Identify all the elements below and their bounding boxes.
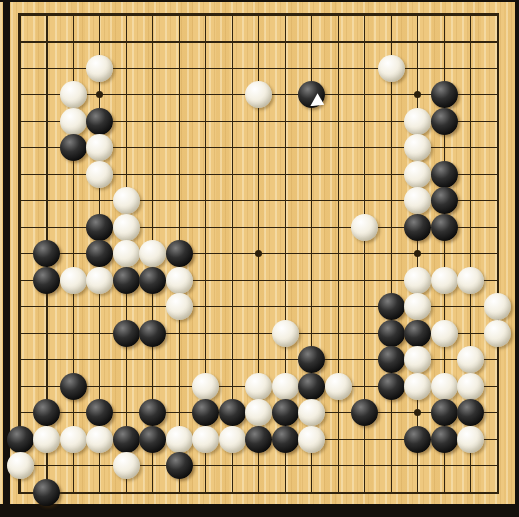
- stone-white: [113, 187, 140, 214]
- stone-black: [404, 426, 431, 453]
- stone-white: [431, 267, 458, 294]
- stone-white: [245, 373, 272, 400]
- stone-white: [484, 293, 511, 320]
- stone-black: [431, 108, 458, 135]
- stone-black: [192, 399, 219, 426]
- stone-white: [404, 373, 431, 400]
- stone-white: [60, 426, 87, 453]
- star-point: [414, 250, 421, 257]
- stone-black: [457, 399, 484, 426]
- star-point: [414, 409, 421, 416]
- stone-black: [431, 187, 458, 214]
- stone-black: [33, 399, 60, 426]
- stone-white: [404, 346, 431, 373]
- stone-white: [457, 373, 484, 400]
- stone-black: [139, 399, 166, 426]
- stone-white: [457, 346, 484, 373]
- stone-black: [431, 426, 458, 453]
- stone-black: [272, 426, 299, 453]
- stone-white: [272, 373, 299, 400]
- stone-white: [378, 55, 405, 82]
- stone-white: [404, 187, 431, 214]
- stone-white: [166, 267, 193, 294]
- stone-black: [86, 240, 113, 267]
- stone-black: [404, 320, 431, 347]
- stone-black: [431, 399, 458, 426]
- stone-white: [404, 134, 431, 161]
- stone-white: [86, 426, 113, 453]
- stone-black: [378, 320, 405, 347]
- stone-white: [139, 240, 166, 267]
- stone-white: [245, 399, 272, 426]
- stone-black: [245, 426, 272, 453]
- board-frame-bottom: [0, 504, 519, 517]
- stone-white: [60, 267, 87, 294]
- stone-white: [457, 267, 484, 294]
- stone-white: [298, 426, 325, 453]
- stone-black: [378, 293, 405, 320]
- stone-white: [245, 81, 272, 108]
- stone-white: [404, 293, 431, 320]
- star-point: [96, 91, 103, 98]
- stone-black: [431, 161, 458, 188]
- stone-white: [484, 320, 511, 347]
- stone-black: [7, 426, 34, 453]
- stone-black: [166, 240, 193, 267]
- board-frame-right: [515, 0, 519, 517]
- stone-black: [351, 399, 378, 426]
- stone-black: [113, 426, 140, 453]
- stone-white: [60, 108, 87, 135]
- stone-black: [298, 346, 325, 373]
- stone-white: [86, 55, 113, 82]
- stone-black: [298, 81, 325, 108]
- stone-black: [378, 373, 405, 400]
- stone-black: [86, 399, 113, 426]
- stone-white: [166, 426, 193, 453]
- stone-white: [431, 373, 458, 400]
- stone-black: [33, 479, 60, 506]
- stone-black: [139, 267, 166, 294]
- star-point: [414, 91, 421, 98]
- stone-white: [86, 267, 113, 294]
- stone-black: [166, 452, 193, 479]
- stone-white: [351, 214, 378, 241]
- stone-black: [431, 81, 458, 108]
- stone-white: [113, 240, 140, 267]
- stone-white: [113, 452, 140, 479]
- stone-white: [431, 320, 458, 347]
- stone-black: [378, 346, 405, 373]
- stone-white: [325, 373, 352, 400]
- stone-black: [60, 373, 87, 400]
- stone-white: [7, 452, 34, 479]
- stone-black: [86, 108, 113, 135]
- stone-black: [113, 267, 140, 294]
- stone-white: [404, 161, 431, 188]
- stone-black: [272, 399, 299, 426]
- stone-black: [431, 214, 458, 241]
- stone-white: [33, 426, 60, 453]
- stone-white: [86, 161, 113, 188]
- go-board[interactable]: [0, 0, 519, 517]
- stone-black: [139, 426, 166, 453]
- stone-white: [113, 214, 140, 241]
- stone-white: [404, 267, 431, 294]
- stone-black: [113, 320, 140, 347]
- stone-white: [192, 373, 219, 400]
- stone-white: [298, 399, 325, 426]
- stone-black: [404, 214, 431, 241]
- stone-white: [272, 320, 299, 347]
- last-move-marker: [310, 93, 324, 106]
- stone-white: [219, 426, 246, 453]
- stone-black: [33, 267, 60, 294]
- stone-white: [457, 426, 484, 453]
- board-intersections[interactable]: [7, 2, 511, 506]
- stone-black: [219, 399, 246, 426]
- stone-black: [139, 320, 166, 347]
- star-point: [255, 250, 262, 257]
- stone-white: [404, 108, 431, 135]
- stone-white: [192, 426, 219, 453]
- stone-black: [60, 134, 87, 161]
- stone-black: [33, 240, 60, 267]
- stone-black: [298, 373, 325, 400]
- stone-white: [86, 134, 113, 161]
- stone-black: [86, 214, 113, 241]
- stone-white: [166, 293, 193, 320]
- stone-white: [60, 81, 87, 108]
